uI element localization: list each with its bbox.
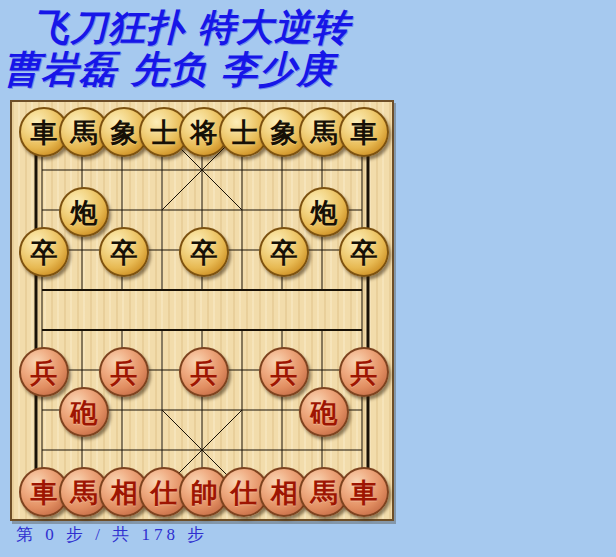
piece-black-卒[interactable]: 卒: [99, 227, 149, 277]
board-grid-lines: [12, 102, 392, 519]
piece-red-兵[interactable]: 兵: [19, 347, 69, 397]
players-result: 曹岩磊 先负 李少庚: [3, 45, 335, 95]
piece-black-炮[interactable]: 炮: [59, 187, 109, 237]
piece-black-炮[interactable]: 炮: [299, 187, 349, 237]
piece-red-砲[interactable]: 砲: [59, 387, 109, 437]
piece-black-卒[interactable]: 卒: [179, 227, 229, 277]
piece-red-砲[interactable]: 砲: [299, 387, 349, 437]
piece-red-兵[interactable]: 兵: [259, 347, 309, 397]
piece-red-兵[interactable]: 兵: [339, 347, 389, 397]
piece-black-卒[interactable]: 卒: [259, 227, 309, 277]
piece-black-車[interactable]: 車: [339, 107, 389, 157]
piece-black-卒[interactable]: 卒: [19, 227, 69, 277]
piece-red-兵[interactable]: 兵: [99, 347, 149, 397]
piece-red-兵[interactable]: 兵: [179, 347, 229, 397]
piece-black-卒[interactable]: 卒: [339, 227, 389, 277]
piece-red-車[interactable]: 車: [339, 467, 389, 517]
app-window: 飞刀狂扑 特大逆转 曹岩磊 先负 李少庚 車馬象士将士象馬車炮炮卒卒卒卒卒兵兵兵…: [0, 0, 616, 557]
xiangqi-board[interactable]: 車馬象士将士象馬車炮炮卒卒卒卒卒兵兵兵兵兵砲砲車馬相仕帥仕相馬車: [10, 100, 394, 521]
move-counter: 第 0 步 / 共 178 步: [16, 523, 208, 546]
